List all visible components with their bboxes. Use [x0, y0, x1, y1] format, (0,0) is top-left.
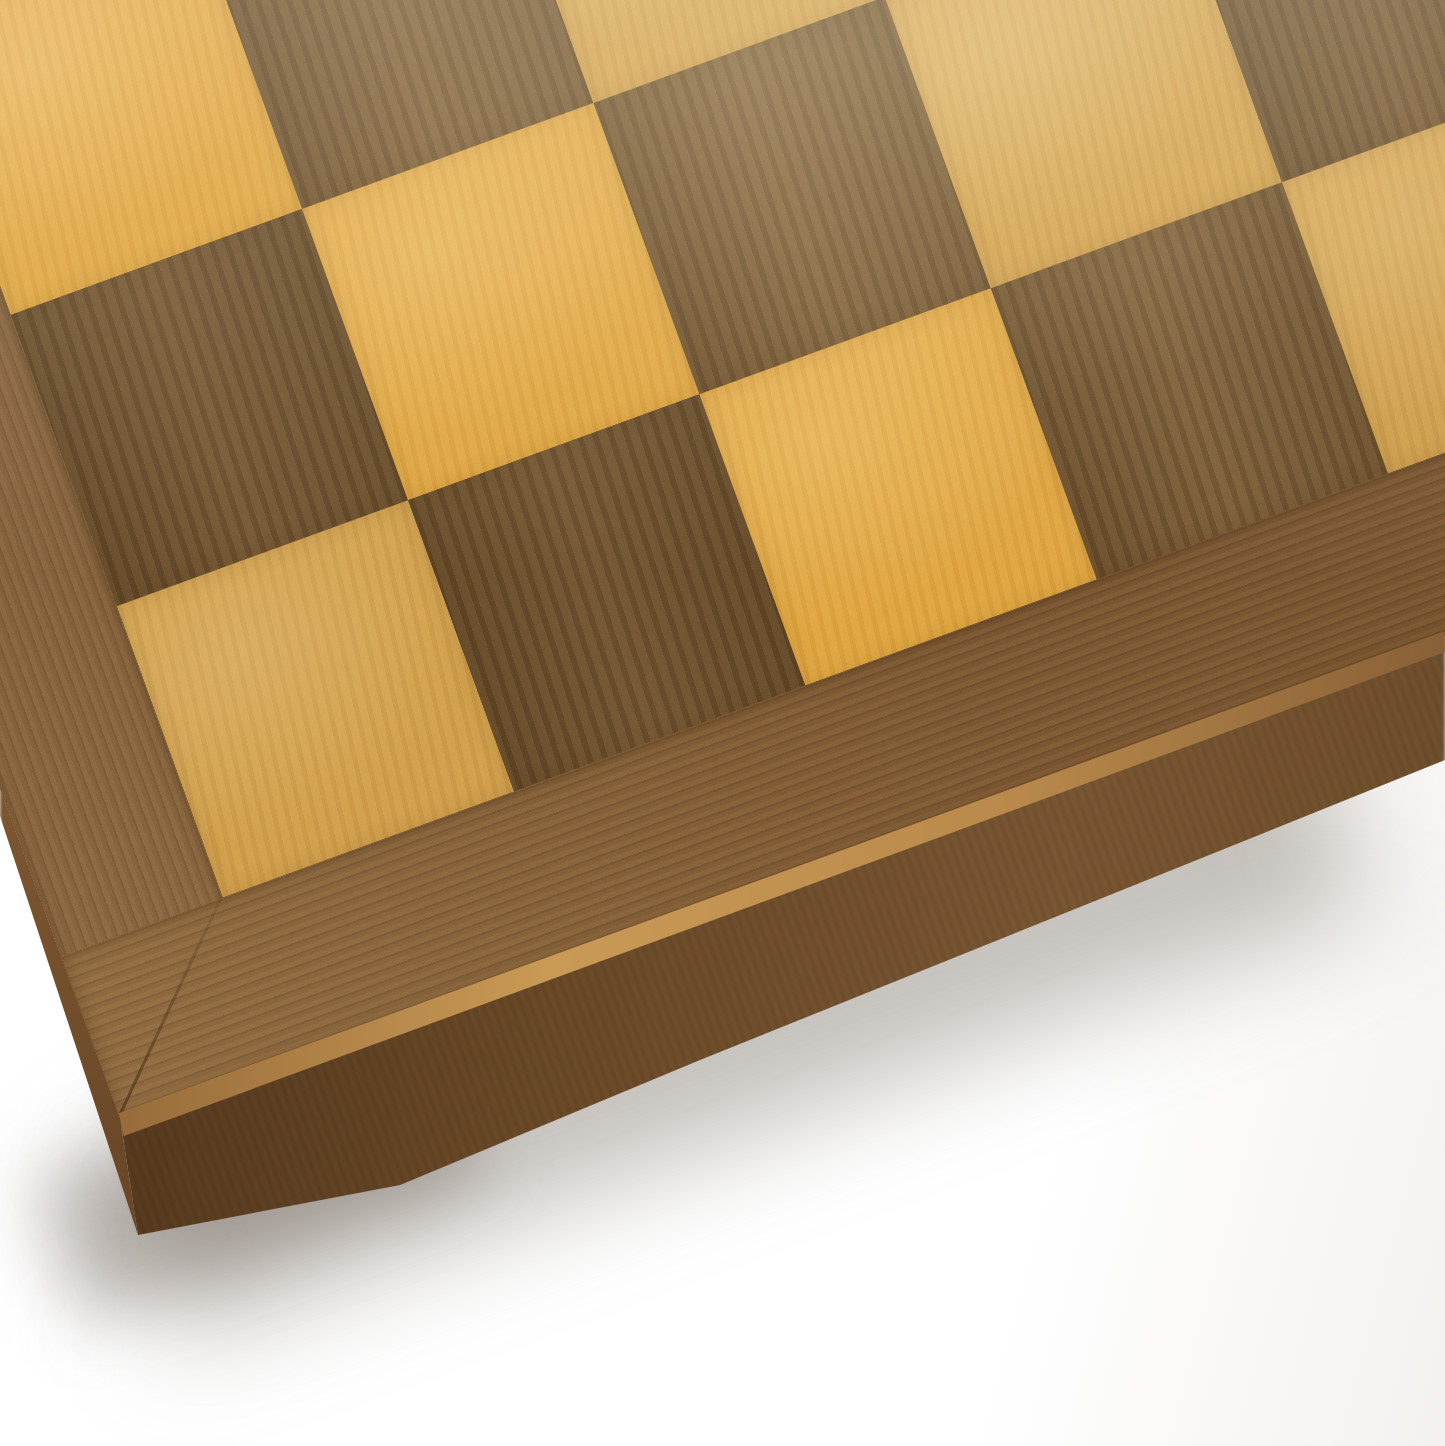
photo-stage — [0, 0, 1445, 1446]
